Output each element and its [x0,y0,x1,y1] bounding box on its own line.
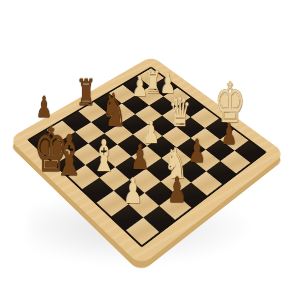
square-f1 [96,191,128,216]
chess-set-photo: ♜♞♟♚♝♟♟♟♟♟♜♟♛♚♝♞♟♟ [0,0,300,300]
square-g5 [176,159,206,182]
square-h3 [160,194,192,220]
square-b1 [42,141,72,163]
square-e1 [82,178,113,203]
square-f5 [161,148,191,171]
square-h6 [206,161,236,184]
square-h7 [221,151,251,174]
square-g3 [145,181,176,206]
square-f2 [113,179,144,204]
square-d2 [85,155,115,178]
square-h1 [126,218,159,245]
square-f4 [146,158,176,181]
square-g4 [161,170,192,194]
square-e2 [99,167,130,191]
square-e3 [116,156,146,179]
square-c2 [72,143,102,165]
square-h4 [176,183,207,208]
square-h2 [143,206,175,232]
square-c1 [55,153,85,176]
square-g1 [111,204,143,230]
square-g6 [191,149,221,172]
square-e4 [132,146,162,168]
square-h5 [191,172,222,196]
square-d3 [102,144,132,166]
square-g2 [128,192,160,217]
square-d1 [68,165,99,189]
square-f3 [130,168,161,192]
